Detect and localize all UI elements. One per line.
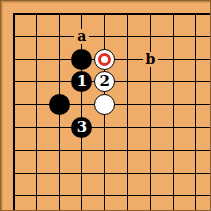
stone-black xyxy=(49,94,70,115)
stone-black-move-3: 3 xyxy=(71,117,92,138)
grid-vertical-line xyxy=(195,13,196,211)
go-board-diagram: 123 ab xyxy=(0,0,211,211)
point-label-a: a xyxy=(74,29,89,44)
point-label-b: b xyxy=(143,52,158,67)
grid-horizontal-line xyxy=(13,173,211,174)
grid-vertical-line xyxy=(36,13,37,211)
grid-horizontal-line xyxy=(13,36,211,37)
grid-vertical-line xyxy=(173,13,174,211)
move-number: 1 xyxy=(77,74,87,89)
grid-vertical-line xyxy=(13,13,15,211)
red-circle-mark-icon xyxy=(98,53,111,66)
stone-white xyxy=(94,94,115,115)
grid-vertical-line xyxy=(127,13,128,211)
grid-horizontal-line xyxy=(13,13,211,15)
grid-horizontal-line xyxy=(13,127,211,128)
stone-black-move-1: 1 xyxy=(71,71,92,92)
stone-black xyxy=(71,49,92,70)
move-number: 2 xyxy=(99,74,109,89)
move-number: 3 xyxy=(77,120,87,135)
stone-white-move-2: 2 xyxy=(94,71,115,92)
grid-vertical-line xyxy=(150,13,151,211)
grid-horizontal-line xyxy=(13,195,211,196)
stone-white-marked xyxy=(94,49,115,70)
grid-horizontal-line xyxy=(13,150,211,151)
